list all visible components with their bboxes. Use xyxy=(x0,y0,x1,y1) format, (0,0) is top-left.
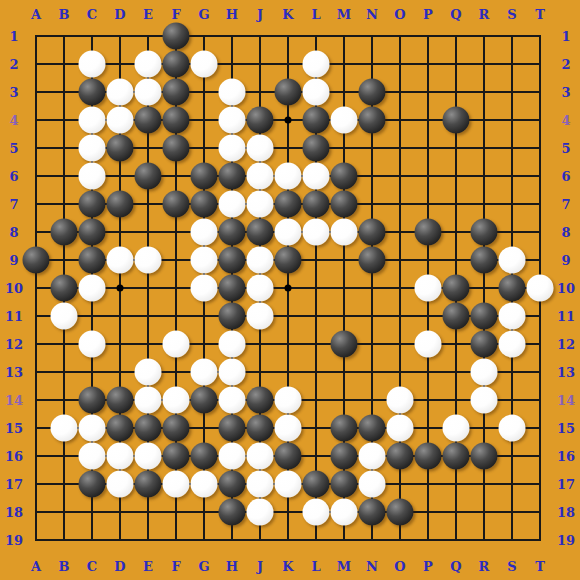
stone-black-M12[interactable] xyxy=(331,331,358,358)
stone-black-D14[interactable] xyxy=(107,387,134,414)
stone-white-E16[interactable] xyxy=(135,443,162,470)
stone-white-R13[interactable] xyxy=(471,359,498,386)
row-label-left-12: 12 xyxy=(5,337,23,352)
col-label-bottom-P: P xyxy=(423,559,433,574)
stone-black-J8[interactable] xyxy=(247,219,274,246)
stone-white-K6[interactable] xyxy=(275,163,302,190)
go-board[interactable]: AABBCCDDEEFFGGHHJJKKLLMMNNOOPPQQRRSSTT11… xyxy=(0,0,580,580)
stone-black-K16[interactable] xyxy=(275,443,302,470)
stone-white-C10[interactable] xyxy=(79,275,106,302)
col-label-top-O: O xyxy=(394,7,405,22)
stone-white-J16[interactable] xyxy=(247,443,274,470)
stone-black-P16[interactable] xyxy=(415,443,442,470)
stone-white-K8[interactable] xyxy=(275,219,302,246)
stone-black-J14[interactable] xyxy=(247,387,274,414)
stone-white-M4[interactable] xyxy=(331,107,358,134)
stone-black-A9[interactable] xyxy=(23,247,50,274)
stone-white-H5[interactable] xyxy=(219,135,246,162)
col-label-top-D: D xyxy=(114,7,125,22)
stone-black-B8[interactable] xyxy=(51,219,78,246)
row-label-right-2: 2 xyxy=(561,57,570,72)
row-label-left-2: 2 xyxy=(9,57,18,72)
grid-line-horizontal xyxy=(35,343,541,345)
stone-white-J17[interactable] xyxy=(247,471,274,498)
stone-black-M6[interactable] xyxy=(331,163,358,190)
stone-white-K15[interactable] xyxy=(275,415,302,442)
stone-white-P10[interactable] xyxy=(415,275,442,302)
stone-white-D4[interactable] xyxy=(107,107,134,134)
col-label-bottom-H: H xyxy=(226,559,238,574)
stone-black-E6[interactable] xyxy=(135,163,162,190)
row-label-left-3: 3 xyxy=(9,85,18,100)
stone-black-G14[interactable] xyxy=(191,387,218,414)
stone-white-E2[interactable] xyxy=(135,51,162,78)
row-label-right-17: 17 xyxy=(557,477,575,492)
stone-white-N16[interactable] xyxy=(359,443,386,470)
row-label-left-11: 11 xyxy=(5,309,23,324)
stone-black-C17[interactable] xyxy=(79,471,106,498)
col-label-bottom-J: J xyxy=(257,559,263,574)
col-label-bottom-F: F xyxy=(171,559,180,574)
col-label-top-L: L xyxy=(311,7,320,22)
stone-black-O16[interactable] xyxy=(387,443,414,470)
stone-black-R11[interactable] xyxy=(471,303,498,330)
stone-black-F4[interactable] xyxy=(163,107,190,134)
stone-black-M17[interactable] xyxy=(331,471,358,498)
stone-white-F14[interactable] xyxy=(163,387,190,414)
stone-white-D16[interactable] xyxy=(107,443,134,470)
stone-white-H14[interactable] xyxy=(219,387,246,414)
stone-black-H18[interactable] xyxy=(219,499,246,526)
col-label-bottom-O: O xyxy=(394,559,405,574)
col-label-top-T: T xyxy=(535,7,545,22)
stone-white-T10[interactable] xyxy=(527,275,554,302)
stone-white-S12[interactable] xyxy=(499,331,526,358)
stone-black-R16[interactable] xyxy=(471,443,498,470)
stone-black-M16[interactable] xyxy=(331,443,358,470)
stone-black-Q10[interactable] xyxy=(443,275,470,302)
stone-black-F1[interactable] xyxy=(163,23,190,50)
stone-black-C7[interactable] xyxy=(79,191,106,218)
stone-white-O14[interactable] xyxy=(387,387,414,414)
stone-white-P12[interactable] xyxy=(415,331,442,358)
row-label-right-19: 19 xyxy=(557,533,575,548)
row-label-right-10: 10 xyxy=(557,281,575,296)
stone-white-C15[interactable] xyxy=(79,415,106,442)
row-label-right-7: 7 xyxy=(561,197,570,212)
stone-white-G13[interactable] xyxy=(191,359,218,386)
row-label-right-6: 6 xyxy=(561,169,570,184)
stone-white-B15[interactable] xyxy=(51,415,78,442)
row-label-left-4: 4 xyxy=(9,113,18,128)
col-label-top-R: R xyxy=(479,7,490,22)
col-label-bottom-E: E xyxy=(143,559,153,574)
row-label-right-4: 4 xyxy=(561,113,570,128)
stone-black-P8[interactable] xyxy=(415,219,442,246)
star-point-K10 xyxy=(285,285,292,292)
row-label-right-18: 18 xyxy=(557,505,575,520)
stone-white-D9[interactable] xyxy=(107,247,134,274)
stone-white-C4[interactable] xyxy=(79,107,106,134)
stone-white-L3[interactable] xyxy=(303,79,330,106)
row-label-left-10: 10 xyxy=(5,281,23,296)
stone-black-G7[interactable] xyxy=(191,191,218,218)
col-label-top-M: M xyxy=(337,7,351,22)
stone-white-K17[interactable] xyxy=(275,471,302,498)
stone-white-F12[interactable] xyxy=(163,331,190,358)
row-label-right-3: 3 xyxy=(561,85,570,100)
col-label-top-C: C xyxy=(87,7,97,22)
stone-black-H9[interactable] xyxy=(219,247,246,274)
stone-white-J5[interactable] xyxy=(247,135,274,162)
stone-white-J9[interactable] xyxy=(247,247,274,274)
stone-white-L6[interactable] xyxy=(303,163,330,190)
stone-black-N4[interactable] xyxy=(359,107,386,134)
stone-white-G8[interactable] xyxy=(191,219,218,246)
stone-black-N18[interactable] xyxy=(359,499,386,526)
row-label-right-15: 15 xyxy=(557,421,575,436)
stone-white-L2[interactable] xyxy=(303,51,330,78)
stone-white-D3[interactable] xyxy=(107,79,134,106)
row-label-left-18: 18 xyxy=(5,505,23,520)
col-label-bottom-G: G xyxy=(198,559,209,574)
row-label-right-11: 11 xyxy=(557,309,575,324)
row-label-right-13: 13 xyxy=(557,365,575,380)
stone-black-K9[interactable] xyxy=(275,247,302,274)
stone-white-S11[interactable] xyxy=(499,303,526,330)
stone-black-H15[interactable] xyxy=(219,415,246,442)
row-label-left-1: 1 xyxy=(9,29,18,44)
stone-white-G17[interactable] xyxy=(191,471,218,498)
stone-black-C3[interactable] xyxy=(79,79,106,106)
stone-white-N17[interactable] xyxy=(359,471,386,498)
stone-black-Q16[interactable] xyxy=(443,443,470,470)
col-label-top-A: A xyxy=(31,7,41,22)
col-label-top-F: F xyxy=(171,7,180,22)
stone-white-H13[interactable] xyxy=(219,359,246,386)
row-label-right-14: 14 xyxy=(557,393,575,408)
star-point-K4 xyxy=(285,117,292,124)
stone-white-E13[interactable] xyxy=(135,359,162,386)
stone-black-J4[interactable] xyxy=(247,107,274,134)
stone-black-H10[interactable] xyxy=(219,275,246,302)
col-label-bottom-A: A xyxy=(31,559,41,574)
grid-line-horizontal xyxy=(35,511,541,513)
stone-black-D15[interactable] xyxy=(107,415,134,442)
row-label-left-5: 5 xyxy=(9,141,18,156)
stone-white-E3[interactable] xyxy=(135,79,162,106)
stone-white-G9[interactable] xyxy=(191,247,218,274)
stone-black-E4[interactable] xyxy=(135,107,162,134)
stone-white-H3[interactable] xyxy=(219,79,246,106)
stone-white-H4[interactable] xyxy=(219,107,246,134)
col-label-bottom-L: L xyxy=(311,559,320,574)
stone-black-G16[interactable] xyxy=(191,443,218,470)
row-label-left-17: 17 xyxy=(5,477,23,492)
row-label-left-9: 9 xyxy=(9,253,18,268)
row-label-left-6: 6 xyxy=(9,169,18,184)
stone-black-N8[interactable] xyxy=(359,219,386,246)
col-label-bottom-N: N xyxy=(366,559,378,574)
stone-black-F3[interactable] xyxy=(163,79,190,106)
row-label-left-14: 14 xyxy=(5,393,23,408)
stone-white-G2[interactable] xyxy=(191,51,218,78)
stone-black-F15[interactable] xyxy=(163,415,190,442)
row-label-left-16: 16 xyxy=(5,449,23,464)
stone-black-S10[interactable] xyxy=(499,275,526,302)
stone-black-F7[interactable] xyxy=(163,191,190,218)
stone-white-J11[interactable] xyxy=(247,303,274,330)
row-label-right-16: 16 xyxy=(557,449,575,464)
col-label-bottom-T: T xyxy=(535,559,545,574)
col-label-top-Q: Q xyxy=(450,7,461,22)
stone-black-C8[interactable] xyxy=(79,219,106,246)
col-label-top-E: E xyxy=(143,7,153,22)
stone-black-H8[interactable] xyxy=(219,219,246,246)
stone-white-J10[interactable] xyxy=(247,275,274,302)
row-label-right-8: 8 xyxy=(561,225,570,240)
stone-black-L4[interactable] xyxy=(303,107,330,134)
stone-white-L8[interactable] xyxy=(303,219,330,246)
row-label-left-13: 13 xyxy=(5,365,23,380)
row-label-right-1: 1 xyxy=(561,29,570,44)
stone-white-J6[interactable] xyxy=(247,163,274,190)
row-label-right-9: 9 xyxy=(561,253,570,268)
col-label-top-K: K xyxy=(282,7,293,22)
stone-black-F16[interactable] xyxy=(163,443,190,470)
row-label-right-5: 5 xyxy=(561,141,570,156)
stone-black-F2[interactable] xyxy=(163,51,190,78)
stone-white-C5[interactable] xyxy=(79,135,106,162)
grid-line-horizontal xyxy=(35,371,541,373)
stone-white-E14[interactable] xyxy=(135,387,162,414)
col-label-bottom-R: R xyxy=(479,559,490,574)
stone-black-E17[interactable] xyxy=(135,471,162,498)
stone-white-K14[interactable] xyxy=(275,387,302,414)
stone-black-K3[interactable] xyxy=(275,79,302,106)
col-label-bottom-C: C xyxy=(87,559,97,574)
stone-black-N3[interactable] xyxy=(359,79,386,106)
stone-white-H12[interactable] xyxy=(219,331,246,358)
col-label-bottom-Q: Q xyxy=(450,559,461,574)
col-label-bottom-B: B xyxy=(59,559,70,574)
stone-white-L18[interactable] xyxy=(303,499,330,526)
stone-black-Q4[interactable] xyxy=(443,107,470,134)
stone-white-S15[interactable] xyxy=(499,415,526,442)
stone-white-F17[interactable] xyxy=(163,471,190,498)
stone-white-G10[interactable] xyxy=(191,275,218,302)
stone-white-Q15[interactable] xyxy=(443,415,470,442)
col-label-bottom-K: K xyxy=(282,559,293,574)
stone-white-D17[interactable] xyxy=(107,471,134,498)
stone-black-H6[interactable] xyxy=(219,163,246,190)
stone-black-M7[interactable] xyxy=(331,191,358,218)
stone-black-D5[interactable] xyxy=(107,135,134,162)
row-label-right-12: 12 xyxy=(557,337,575,352)
stone-white-S9[interactable] xyxy=(499,247,526,274)
row-label-left-7: 7 xyxy=(9,197,18,212)
stone-black-R8[interactable] xyxy=(471,219,498,246)
col-label-top-G: G xyxy=(198,7,209,22)
row-label-left-8: 8 xyxy=(9,225,18,240)
stone-black-F5[interactable] xyxy=(163,135,190,162)
col-label-bottom-S: S xyxy=(507,559,516,574)
stone-white-H16[interactable] xyxy=(219,443,246,470)
col-label-top-N: N xyxy=(366,7,378,22)
stone-black-G6[interactable] xyxy=(191,163,218,190)
stone-black-J15[interactable] xyxy=(247,415,274,442)
stone-white-H7[interactable] xyxy=(219,191,246,218)
stone-black-Q11[interactable] xyxy=(443,303,470,330)
grid-line-horizontal xyxy=(35,539,541,541)
stone-white-M8[interactable] xyxy=(331,219,358,246)
row-label-left-15: 15 xyxy=(5,421,23,436)
stone-black-L17[interactable] xyxy=(303,471,330,498)
stone-black-D7[interactable] xyxy=(107,191,134,218)
stone-black-N15[interactable] xyxy=(359,415,386,442)
stone-black-L7[interactable] xyxy=(303,191,330,218)
col-label-top-B: B xyxy=(59,7,70,22)
stone-white-J7[interactable] xyxy=(247,191,274,218)
stone-white-J18[interactable] xyxy=(247,499,274,526)
stone-black-M15[interactable] xyxy=(331,415,358,442)
stone-black-R12[interactable] xyxy=(471,331,498,358)
stone-black-O18[interactable] xyxy=(387,499,414,526)
stone-black-K7[interactable] xyxy=(275,191,302,218)
row-label-left-19: 19 xyxy=(5,533,23,548)
stone-black-B10[interactable] xyxy=(51,275,78,302)
col-label-top-S: S xyxy=(507,7,516,22)
col-label-top-H: H xyxy=(226,7,238,22)
stone-black-H11[interactable] xyxy=(219,303,246,330)
stone-white-C16[interactable] xyxy=(79,443,106,470)
star-point-D10 xyxy=(117,285,124,292)
stone-black-L5[interactable] xyxy=(303,135,330,162)
col-label-top-P: P xyxy=(423,7,433,22)
stone-black-C14[interactable] xyxy=(79,387,106,414)
stone-white-C2[interactable] xyxy=(79,51,106,78)
stone-white-M18[interactable] xyxy=(331,499,358,526)
stone-black-N9[interactable] xyxy=(359,247,386,274)
stone-white-C12[interactable] xyxy=(79,331,106,358)
stone-black-C9[interactable] xyxy=(79,247,106,274)
stone-white-C6[interactable] xyxy=(79,163,106,190)
stone-white-R14[interactable] xyxy=(471,387,498,414)
stone-black-R9[interactable] xyxy=(471,247,498,274)
col-label-top-J: J xyxy=(257,7,263,22)
col-label-bottom-D: D xyxy=(114,559,125,574)
stone-black-E15[interactable] xyxy=(135,415,162,442)
col-label-bottom-M: M xyxy=(337,559,351,574)
stone-white-B11[interactable] xyxy=(51,303,78,330)
stone-black-H17[interactable] xyxy=(219,471,246,498)
stone-white-O15[interactable] xyxy=(387,415,414,442)
stone-white-E9[interactable] xyxy=(135,247,162,274)
